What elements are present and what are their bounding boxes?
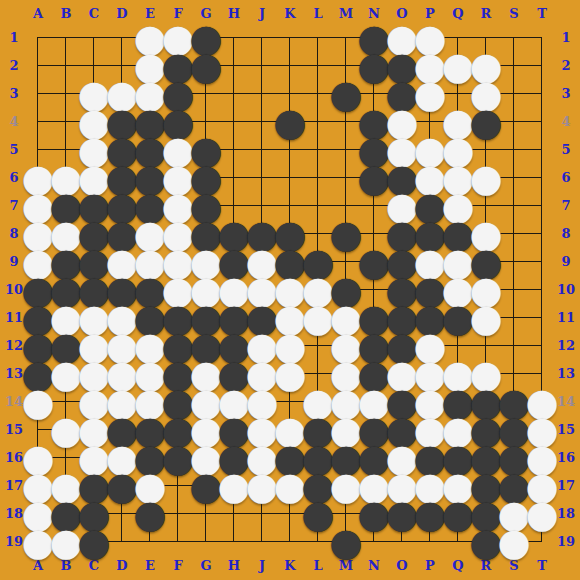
white-stone-P3[interactable]: ● [416,80,444,108]
column-label-top-T: T [530,6,554,22]
black-stone-R4[interactable]: ● [472,108,500,136]
go-board[interactable]: AABBCCDDEEFFGGHHJJKKLLMMNNOOPPQQRRSSTT11… [0,0,580,580]
black-stone-O18[interactable]: ● [388,500,416,528]
column-label-bottom-F: F [166,558,190,574]
column-label-bottom-E: E [138,558,162,574]
column-label-top-A: A [26,6,50,22]
column-label-bottom-P: P [418,558,442,574]
row-label-right-10: 10 [554,282,578,298]
black-stone-N2[interactable]: ● [360,52,388,80]
row-label-left-4: 4 [2,114,26,130]
column-label-top-J: J [250,6,274,22]
row-label-right-8: 8 [554,226,578,242]
column-label-bottom-J: J [250,558,274,574]
column-label-top-H: H [222,6,246,22]
white-stone-R6[interactable]: ● [472,164,500,192]
black-stone-E18[interactable]: ● [136,500,164,528]
column-label-top-R: R [474,6,498,22]
column-label-bottom-L: L [306,558,330,574]
row-label-right-3: 3 [554,86,578,102]
row-label-right-6: 6 [554,170,578,186]
row-label-left-3: 3 [2,86,26,102]
column-label-bottom-T: T [530,558,554,574]
row-label-right-1: 1 [554,30,578,46]
black-stone-Q18[interactable]: ● [444,500,472,528]
column-label-top-B: B [54,6,78,22]
row-label-right-5: 5 [554,142,578,158]
black-stone-N9[interactable]: ● [360,248,388,276]
black-stone-F16[interactable]: ● [164,444,192,472]
row-label-right-12: 12 [554,338,578,354]
black-stone-G17[interactable]: ● [192,472,220,500]
white-stone-J17[interactable]: ● [248,472,276,500]
black-stone-D17[interactable]: ● [108,472,136,500]
column-label-bottom-Q: Q [446,558,470,574]
black-stone-M8[interactable]: ● [332,220,360,248]
black-stone-N6[interactable]: ● [360,164,388,192]
white-stone-Q2[interactable]: ● [444,52,472,80]
black-stone-R19[interactable]: ● [472,528,500,556]
column-label-top-C: C [82,6,106,22]
white-stone-L11[interactable]: ● [304,304,332,332]
row-label-right-11: 11 [554,310,578,326]
row-label-right-9: 9 [554,254,578,270]
column-label-top-S: S [502,6,526,22]
row-label-left-2: 2 [2,58,26,74]
column-label-top-K: K [278,6,302,22]
white-stone-S19[interactable]: ● [500,528,528,556]
column-label-bottom-K: K [278,558,302,574]
black-stone-N18[interactable]: ● [360,500,388,528]
white-stone-M17[interactable]: ● [332,472,360,500]
white-stone-B13[interactable]: ● [52,360,80,388]
black-stone-K4[interactable]: ● [276,108,304,136]
white-stone-R11[interactable]: ● [472,304,500,332]
black-stone-G2[interactable]: ● [192,52,220,80]
column-label-bottom-D: D [110,558,134,574]
black-stone-Q11[interactable]: ● [444,304,472,332]
row-label-left-1: 1 [2,30,26,46]
white-stone-A19[interactable]: ● [24,528,52,556]
row-label-right-19: 19 [554,534,578,550]
column-label-bottom-N: N [362,558,386,574]
black-stone-L18[interactable]: ● [304,500,332,528]
white-stone-B15[interactable]: ● [52,416,80,444]
column-label-bottom-H: H [222,558,246,574]
column-label-top-D: D [110,6,134,22]
row-label-right-7: 7 [554,198,578,214]
black-stone-C19[interactable]: ● [80,528,108,556]
column-label-top-L: L [306,6,330,22]
column-label-top-M: M [334,6,358,22]
column-label-bottom-O: O [390,558,414,574]
white-stone-H17[interactable]: ● [220,472,248,500]
white-stone-B19[interactable]: ● [52,528,80,556]
white-stone-A14[interactable]: ● [24,388,52,416]
black-stone-M19[interactable]: ● [332,528,360,556]
white-stone-K13[interactable]: ● [276,360,304,388]
white-stone-K17[interactable]: ● [276,472,304,500]
white-stone-T18[interactable]: ● [528,500,556,528]
black-stone-M3[interactable]: ● [332,80,360,108]
column-label-bottom-G: G [194,558,218,574]
row-label-right-4: 4 [554,114,578,130]
black-stone-P18[interactable]: ● [416,500,444,528]
row-label-right-2: 2 [554,58,578,74]
column-label-top-Q: Q [446,6,470,22]
